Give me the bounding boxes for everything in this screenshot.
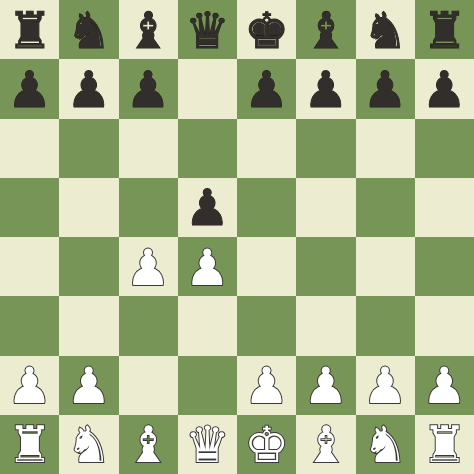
square-h5[interactable] bbox=[415, 178, 474, 237]
square-e8[interactable]: ♚ bbox=[237, 0, 296, 59]
white-pawn-icon[interactable]: ♟ bbox=[126, 243, 171, 293]
square-h7[interactable]: ♟ bbox=[415, 59, 474, 118]
square-f1[interactable]: ♝ bbox=[296, 415, 355, 474]
square-f5[interactable] bbox=[296, 178, 355, 237]
square-a2[interactable]: ♟ bbox=[0, 356, 59, 415]
square-h2[interactable]: ♟ bbox=[415, 356, 474, 415]
white-knight-icon[interactable]: ♞ bbox=[66, 420, 111, 470]
white-pawn-icon[interactable]: ♟ bbox=[7, 361, 52, 411]
square-a1[interactable]: ♜ bbox=[0, 415, 59, 474]
square-c2[interactable] bbox=[119, 356, 178, 415]
black-knight-icon[interactable]: ♞ bbox=[363, 6, 408, 56]
square-c1[interactable]: ♝ bbox=[119, 415, 178, 474]
black-queen-icon[interactable]: ♛ bbox=[185, 6, 230, 56]
square-e7[interactable]: ♟ bbox=[237, 59, 296, 118]
white-pawn-icon[interactable]: ♟ bbox=[244, 361, 289, 411]
square-f3[interactable] bbox=[296, 296, 355, 355]
square-g8[interactable]: ♞ bbox=[356, 0, 415, 59]
square-d6[interactable] bbox=[178, 119, 237, 178]
square-d1[interactable]: ♛ bbox=[178, 415, 237, 474]
black-pawn-icon[interactable]: ♟ bbox=[422, 65, 467, 115]
white-pawn-icon[interactable]: ♟ bbox=[185, 243, 230, 293]
square-a6[interactable] bbox=[0, 119, 59, 178]
square-a8[interactable]: ♜ bbox=[0, 0, 59, 59]
square-b4[interactable] bbox=[59, 237, 118, 296]
square-h8[interactable]: ♜ bbox=[415, 0, 474, 59]
square-h3[interactable] bbox=[415, 296, 474, 355]
square-g3[interactable] bbox=[356, 296, 415, 355]
black-pawn-icon[interactable]: ♟ bbox=[66, 65, 111, 115]
square-g2[interactable]: ♟ bbox=[356, 356, 415, 415]
square-e2[interactable]: ♟ bbox=[237, 356, 296, 415]
black-knight-icon[interactable]: ♞ bbox=[66, 6, 111, 56]
square-f4[interactable] bbox=[296, 237, 355, 296]
white-queen-icon[interactable]: ♛ bbox=[185, 420, 230, 470]
white-bishop-icon[interactable]: ♝ bbox=[126, 420, 171, 470]
square-f2[interactable]: ♟ bbox=[296, 356, 355, 415]
black-rook-icon[interactable]: ♜ bbox=[422, 6, 467, 56]
white-rook-icon[interactable]: ♜ bbox=[7, 420, 52, 470]
square-b8[interactable]: ♞ bbox=[59, 0, 118, 59]
square-e1[interactable]: ♚ bbox=[237, 415, 296, 474]
square-g5[interactable] bbox=[356, 178, 415, 237]
square-h4[interactable] bbox=[415, 237, 474, 296]
square-a4[interactable] bbox=[0, 237, 59, 296]
square-c7[interactable]: ♟ bbox=[119, 59, 178, 118]
square-a5[interactable] bbox=[0, 178, 59, 237]
square-a3[interactable] bbox=[0, 296, 59, 355]
chess-board: ♜♞♝♛♚♝♞♜♟♟♟♟♟♟♟♟♟♟♟♟♟♟♟♟♜♞♝♛♚♝♞♜ bbox=[0, 0, 474, 474]
white-pawn-icon[interactable]: ♟ bbox=[363, 361, 408, 411]
black-pawn-icon[interactable]: ♟ bbox=[303, 65, 348, 115]
square-f7[interactable]: ♟ bbox=[296, 59, 355, 118]
white-king-icon[interactable]: ♚ bbox=[244, 420, 289, 470]
black-bishop-icon[interactable]: ♝ bbox=[303, 6, 348, 56]
square-e6[interactable] bbox=[237, 119, 296, 178]
square-b3[interactable] bbox=[59, 296, 118, 355]
white-pawn-icon[interactable]: ♟ bbox=[422, 361, 467, 411]
square-c6[interactable] bbox=[119, 119, 178, 178]
black-bishop-icon[interactable]: ♝ bbox=[126, 6, 171, 56]
square-c8[interactable]: ♝ bbox=[119, 0, 178, 59]
square-d3[interactable] bbox=[178, 296, 237, 355]
square-e4[interactable] bbox=[237, 237, 296, 296]
square-f8[interactable]: ♝ bbox=[296, 0, 355, 59]
square-b2[interactable]: ♟ bbox=[59, 356, 118, 415]
square-c5[interactable] bbox=[119, 178, 178, 237]
black-pawn-icon[interactable]: ♟ bbox=[126, 65, 171, 115]
square-e5[interactable] bbox=[237, 178, 296, 237]
black-pawn-icon[interactable]: ♟ bbox=[363, 65, 408, 115]
square-h6[interactable] bbox=[415, 119, 474, 178]
square-b1[interactable]: ♞ bbox=[59, 415, 118, 474]
chess-board-container: ♜♞♝♛♚♝♞♜♟♟♟♟♟♟♟♟♟♟♟♟♟♟♟♟♜♞♝♛♚♝♞♜ bbox=[0, 0, 474, 474]
square-c3[interactable] bbox=[119, 296, 178, 355]
white-pawn-icon[interactable]: ♟ bbox=[303, 361, 348, 411]
black-rook-icon[interactable]: ♜ bbox=[7, 6, 52, 56]
black-pawn-icon[interactable]: ♟ bbox=[244, 65, 289, 115]
square-b6[interactable] bbox=[59, 119, 118, 178]
black-pawn-icon[interactable]: ♟ bbox=[7, 65, 52, 115]
white-pawn-icon[interactable]: ♟ bbox=[66, 361, 111, 411]
square-f6[interactable] bbox=[296, 119, 355, 178]
square-c4[interactable]: ♟ bbox=[119, 237, 178, 296]
square-h1[interactable]: ♜ bbox=[415, 415, 474, 474]
white-rook-icon[interactable]: ♜ bbox=[422, 420, 467, 470]
square-d7[interactable] bbox=[178, 59, 237, 118]
square-b5[interactable] bbox=[59, 178, 118, 237]
square-d8[interactable]: ♛ bbox=[178, 0, 237, 59]
square-b7[interactable]: ♟ bbox=[59, 59, 118, 118]
square-g4[interactable] bbox=[356, 237, 415, 296]
square-g6[interactable] bbox=[356, 119, 415, 178]
square-a7[interactable]: ♟ bbox=[0, 59, 59, 118]
square-d5[interactable]: ♟ bbox=[178, 178, 237, 237]
square-d4[interactable]: ♟ bbox=[178, 237, 237, 296]
square-g1[interactable]: ♞ bbox=[356, 415, 415, 474]
white-bishop-icon[interactable]: ♝ bbox=[303, 420, 348, 470]
square-e3[interactable] bbox=[237, 296, 296, 355]
black-pawn-icon[interactable]: ♟ bbox=[185, 183, 230, 233]
square-d2[interactable] bbox=[178, 356, 237, 415]
square-g7[interactable]: ♟ bbox=[356, 59, 415, 118]
white-knight-icon[interactable]: ♞ bbox=[363, 420, 408, 470]
black-king-icon[interactable]: ♚ bbox=[244, 6, 289, 56]
